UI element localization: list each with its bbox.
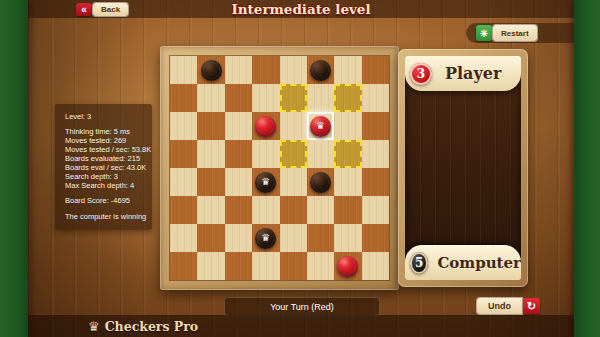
restart-button-label: Restart bbox=[493, 25, 537, 41]
square-2-0 bbox=[170, 112, 197, 140]
square-3-0[interactable] bbox=[170, 140, 197, 168]
back-button-label: Back bbox=[93, 3, 128, 16]
square-1-0[interactable] bbox=[170, 84, 197, 112]
square-3-4[interactable] bbox=[280, 140, 307, 168]
stats-line: Max Search depth: 4 bbox=[65, 182, 148, 191]
square-4-1[interactable] bbox=[197, 168, 224, 196]
square-6-6 bbox=[334, 224, 361, 252]
square-1-4[interactable] bbox=[280, 84, 307, 112]
crown-icon: ♛ bbox=[88, 319, 100, 334]
square-6-1[interactable] bbox=[197, 224, 224, 252]
player-banner: 3 Player bbox=[405, 56, 521, 91]
black-man[interactable] bbox=[201, 60, 222, 81]
king-crown-icon: ♛ bbox=[261, 233, 270, 243]
square-7-3 bbox=[252, 252, 279, 280]
square-1-5 bbox=[307, 84, 334, 112]
square-6-7[interactable] bbox=[362, 224, 389, 252]
square-0-4 bbox=[280, 56, 307, 84]
undo-arrow-icon: ↻ bbox=[523, 298, 540, 314]
square-5-5 bbox=[307, 196, 334, 224]
square-6-0 bbox=[170, 224, 197, 252]
square-6-4 bbox=[280, 224, 307, 252]
square-7-0[interactable] bbox=[170, 252, 197, 280]
back-chevrons-icon: « bbox=[76, 3, 92, 16]
square-2-2 bbox=[225, 112, 252, 140]
square-3-6[interactable] bbox=[334, 140, 361, 168]
app-logo-text: Checkers Pro bbox=[105, 319, 199, 334]
square-5-7 bbox=[362, 196, 389, 224]
square-7-6[interactable] bbox=[334, 252, 361, 280]
stats-line: Board Score: -4695 bbox=[65, 197, 148, 206]
square-5-2[interactable] bbox=[225, 196, 252, 224]
square-7-7 bbox=[362, 252, 389, 280]
square-3-2[interactable] bbox=[225, 140, 252, 168]
board-frame: ♛♛♛ bbox=[160, 46, 399, 290]
square-1-1 bbox=[197, 84, 224, 112]
square-1-3 bbox=[252, 84, 279, 112]
black-king[interactable]: ♛ bbox=[255, 172, 276, 193]
square-6-5[interactable] bbox=[307, 224, 334, 252]
board-grid: ♛♛♛ bbox=[170, 56, 389, 280]
square-1-2[interactable] bbox=[225, 84, 252, 112]
square-5-6[interactable] bbox=[334, 196, 361, 224]
red-king[interactable]: ♛ bbox=[310, 116, 331, 137]
restart-icon: ✳ bbox=[476, 25, 492, 41]
table-edge-right bbox=[574, 0, 600, 337]
square-3-3 bbox=[252, 140, 279, 168]
square-4-5[interactable] bbox=[307, 168, 334, 196]
square-1-6[interactable] bbox=[334, 84, 361, 112]
square-3-1 bbox=[197, 140, 224, 168]
computer-count-badge: 5 bbox=[410, 252, 428, 274]
stats-line: The computer is winning bbox=[65, 213, 148, 222]
square-6-2 bbox=[225, 224, 252, 252]
square-7-1 bbox=[197, 252, 224, 280]
king-crown-icon: ♛ bbox=[261, 177, 270, 187]
captured-pieces-tray: 3 Player 5 Computer bbox=[398, 49, 528, 287]
square-5-4[interactable] bbox=[280, 196, 307, 224]
square-0-0 bbox=[170, 56, 197, 84]
square-4-7[interactable] bbox=[362, 168, 389, 196]
bottom-bar: ♛ Checkers Pro bbox=[28, 315, 574, 337]
square-2-5[interactable]: ♛ bbox=[307, 112, 334, 140]
square-4-4 bbox=[280, 168, 307, 196]
square-0-3[interactable] bbox=[252, 56, 279, 84]
computer-label: Computer bbox=[437, 254, 521, 272]
computer-banner: 5 Computer bbox=[405, 245, 521, 280]
square-1-7 bbox=[362, 84, 389, 112]
stats-line: Level: 3 bbox=[65, 113, 148, 122]
black-man[interactable] bbox=[310, 60, 331, 81]
red-man[interactable] bbox=[255, 116, 276, 137]
square-4-0 bbox=[170, 168, 197, 196]
square-7-5 bbox=[307, 252, 334, 280]
player-label: Player bbox=[445, 64, 501, 83]
square-7-2[interactable] bbox=[225, 252, 252, 280]
table-edge-left bbox=[0, 0, 28, 337]
square-3-7 bbox=[362, 140, 389, 168]
undo-button-label: Undo bbox=[477, 298, 522, 314]
square-4-3[interactable]: ♛ bbox=[252, 168, 279, 196]
stats-panel: Level: 3Thinking time: 5 msMoves tested:… bbox=[55, 104, 152, 230]
square-2-3[interactable] bbox=[252, 112, 279, 140]
back-button[interactable]: « Back bbox=[76, 3, 128, 16]
square-0-2 bbox=[225, 56, 252, 84]
king-crown-icon: ♛ bbox=[316, 121, 325, 131]
restart-button[interactable]: ✳ Restart bbox=[476, 25, 537, 41]
black-man[interactable] bbox=[310, 172, 331, 193]
square-0-7[interactable] bbox=[362, 56, 389, 84]
undo-button[interactable]: Undo ↻ bbox=[477, 298, 540, 314]
square-0-1[interactable] bbox=[197, 56, 224, 84]
black-king[interactable]: ♛ bbox=[255, 228, 276, 249]
square-2-1[interactable] bbox=[197, 112, 224, 140]
player-count-badge: 3 bbox=[410, 63, 432, 85]
square-2-6 bbox=[334, 112, 361, 140]
square-5-3 bbox=[252, 196, 279, 224]
turn-status-bar: Your Turn (Red) bbox=[224, 297, 380, 316]
red-man[interactable] bbox=[337, 256, 358, 277]
square-0-6 bbox=[334, 56, 361, 84]
square-5-1 bbox=[197, 196, 224, 224]
tray-interior: 3 Player 5 Computer bbox=[405, 56, 521, 280]
turn-status-text: Your Turn (Red) bbox=[270, 302, 334, 312]
square-2-4 bbox=[280, 112, 307, 140]
square-4-6 bbox=[334, 168, 361, 196]
square-2-7[interactable] bbox=[362, 112, 389, 140]
square-3-5 bbox=[307, 140, 334, 168]
square-5-0[interactable] bbox=[170, 196, 197, 224]
square-4-2 bbox=[225, 168, 252, 196]
square-0-5[interactable] bbox=[307, 56, 334, 84]
square-6-3[interactable]: ♛ bbox=[252, 224, 279, 252]
square-7-4[interactable] bbox=[280, 252, 307, 280]
